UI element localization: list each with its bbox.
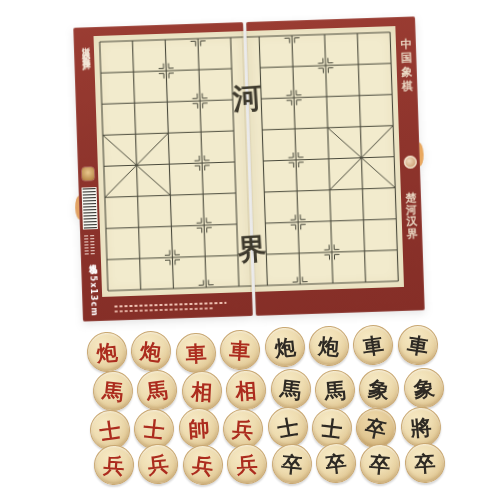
xiangqi-piece[interactable]: 炮: [85, 330, 128, 373]
board-panel-right: 中国象棋 楚河汉界: [246, 16, 425, 315]
xiangqi-piece[interactable]: 卒: [403, 442, 446, 485]
grid-left-half: [94, 31, 252, 297]
brand-vertical-text: 浙江武义钓鱼棋牌厂: [79, 40, 94, 160]
bottom-border-footnote: [114, 302, 226, 314]
xiangqi-piece[interactable]: 車: [219, 329, 262, 372]
spec-vertical-text: 规格：35x13cm: [86, 258, 99, 318]
xiangqi-piece[interactable]: 兵: [93, 444, 136, 487]
xiangqi-piece[interactable]: 炮: [307, 324, 350, 367]
xiangqi-piece[interactable]: 炮: [129, 329, 174, 374]
xiangqi-piece[interactable]: 象: [356, 366, 402, 412]
xiangqi-piece[interactable]: 卒: [270, 442, 314, 486]
xiangqi-piece[interactable]: 兵: [226, 443, 268, 485]
xiangqi-piece[interactable]: 兵: [136, 442, 180, 486]
tray-row: 馬馬相相馬馬象象: [93, 370, 445, 408]
xiangqi-piece[interactable]: 帥: [177, 407, 220, 450]
xiangqi-piece[interactable]: 象: [402, 366, 446, 410]
product-photo: 浙江武义钓鱼棋牌厂 规格：35x13cm 中国象棋 楚河汉界 河 界 炮炮車車炮…: [0, 0, 500, 500]
xiangqi-piece[interactable]: 馬: [313, 368, 356, 411]
round-stamp-icon: [404, 155, 417, 168]
right-border-seal-text-bottom: 楚河汉界: [402, 182, 419, 230]
xiangqi-piece[interactable]: 相: [225, 369, 268, 412]
tray-row: 士士帥兵士士卒將: [90, 408, 445, 446]
brand-emblem-icon: [82, 167, 94, 180]
xiangqi-piece[interactable]: 馬: [268, 367, 313, 412]
xiangqi-piece[interactable]: 卒: [359, 442, 402, 485]
xiangqi-piece[interactable]: 兵: [180, 442, 225, 487]
xiangqi-piece[interactable]: 馬: [135, 368, 180, 413]
xiangqi-piece[interactable]: 炮: [263, 325, 307, 369]
xiangqi-piece[interactable]: 卒: [314, 441, 359, 486]
xiangqi-piece[interactable]: 馬: [91, 369, 135, 413]
xiangqi-piece[interactable]: 車: [175, 332, 217, 374]
piece-tray: 炮炮車車炮炮車車馬馬相相馬馬象象士士帥兵士士卒將兵兵兵兵卒卒卒卒: [87, 330, 445, 482]
board-panel-left: 浙江武义钓鱼棋牌厂 规格：35x13cm: [73, 22, 252, 321]
xiangqi-piece[interactable]: 車: [351, 322, 396, 367]
playing-surface-left: [94, 31, 252, 297]
xiangqi-board: 浙江武义钓鱼棋牌厂 规格：35x13cm 中国象棋 楚河汉界 河 界: [73, 16, 425, 321]
river-char-he: 河: [228, 83, 267, 114]
right-border-seal-text-top: 中国象棋: [396, 29, 413, 85]
barcode: [82, 187, 98, 229]
xiangqi-piece[interactable]: 車: [395, 322, 441, 368]
xiangqi-piece[interactable]: 相: [181, 370, 223, 412]
left-border-microtext: [84, 235, 97, 255]
xiangqi-piece[interactable]: 將: [399, 405, 442, 448]
tray-row: 兵兵兵兵卒卒卒卒: [94, 444, 445, 482]
river-char-jie: 界: [233, 234, 272, 265]
tray-row: 炮炮車車炮炮車車: [87, 330, 445, 368]
